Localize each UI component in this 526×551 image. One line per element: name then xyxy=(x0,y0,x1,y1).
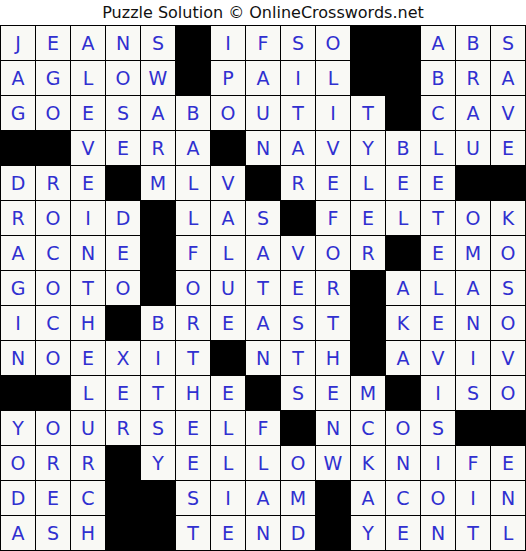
block-cell-r12c14 xyxy=(456,411,490,445)
block-cell-r2c11 xyxy=(351,61,385,95)
letter-cell-r11c6: H xyxy=(176,376,210,410)
letter-cell-r2c5: W xyxy=(141,61,175,95)
block-cell-r6c5 xyxy=(141,201,175,235)
letter-cell-r1c3: A xyxy=(71,26,105,60)
block-cell-r14c10 xyxy=(316,481,350,515)
block-cell-r7c12 xyxy=(386,236,420,270)
letter-cell-r10c12: A xyxy=(386,341,420,375)
letter-cell-r9c8: A xyxy=(246,306,280,340)
letter-cell-r9c13: E xyxy=(421,306,455,340)
letter-cell-r9c1: I xyxy=(1,306,35,340)
letter-cell-r9c7: E xyxy=(211,306,245,340)
letter-cell-r1c4: N xyxy=(106,26,140,60)
letter-cell-r7c4: E xyxy=(106,236,140,270)
letter-cell-r10c13: V xyxy=(421,341,455,375)
letter-cell-r3c9: T xyxy=(281,96,315,130)
block-cell-r8c5 xyxy=(141,271,175,305)
letter-cell-r3c13: C xyxy=(421,96,455,130)
letter-cell-r3c2: O xyxy=(36,96,70,130)
letter-cell-r7c6: F xyxy=(176,236,210,270)
block-cell-r5c4 xyxy=(106,166,140,200)
letter-cell-r2c14: R xyxy=(456,61,490,95)
letter-cell-r12c5: S xyxy=(141,411,175,445)
letter-cell-r14c14: I xyxy=(456,481,490,515)
letter-cell-r5c3: E xyxy=(71,166,105,200)
letter-cell-r11c3: L xyxy=(71,376,105,410)
letter-cell-r12c3: U xyxy=(71,411,105,445)
letter-cell-r5c11: L xyxy=(351,166,385,200)
letter-cell-r9c6: R xyxy=(176,306,210,340)
letter-cell-r7c13: E xyxy=(421,236,455,270)
letter-cell-r14c11: A xyxy=(351,481,385,515)
letter-cell-r15c9: D xyxy=(281,516,315,550)
block-cell-r12c15 xyxy=(491,411,525,445)
letter-cell-r9c10: T xyxy=(316,306,350,340)
letter-cell-r10c14: I xyxy=(456,341,490,375)
letter-cell-r13c5: Y xyxy=(141,446,175,480)
letter-cell-r7c10: O xyxy=(316,236,350,270)
block-cell-r12c9 xyxy=(281,411,315,445)
letter-cell-r2c15: A xyxy=(491,61,525,95)
block-cell-r8c11 xyxy=(351,271,385,305)
letter-cell-r11c7: E xyxy=(211,376,245,410)
letter-cell-r4c8: N xyxy=(246,131,280,165)
block-cell-r15c10 xyxy=(316,516,350,550)
letter-cell-r14c2: E xyxy=(36,481,70,515)
letter-cell-r1c9: S xyxy=(281,26,315,60)
letter-cell-r10c2: O xyxy=(36,341,70,375)
block-cell-r7c5 xyxy=(141,236,175,270)
letter-cell-r14c12: C xyxy=(386,481,420,515)
letter-cell-r10c10: H xyxy=(316,341,350,375)
letter-cell-r6c14: O xyxy=(456,201,490,235)
letter-cell-r5c5: M xyxy=(141,166,175,200)
letter-cell-r11c11: M xyxy=(351,376,385,410)
letter-cell-r7c9: V xyxy=(281,236,315,270)
letter-cell-r12c8: F xyxy=(246,411,280,445)
letter-cell-r2c7: P xyxy=(211,61,245,95)
letter-cell-r12c7: L xyxy=(211,411,245,445)
letter-cell-r1c10: O xyxy=(316,26,350,60)
block-cell-r4c2 xyxy=(36,131,70,165)
block-cell-r1c11 xyxy=(351,26,385,60)
block-cell-r15c5 xyxy=(141,516,175,550)
block-cell-r1c12 xyxy=(386,26,420,60)
letter-cell-r10c3: E xyxy=(71,341,105,375)
letter-cell-r8c4: O xyxy=(106,271,140,305)
letter-cell-r4c3: V xyxy=(71,131,105,165)
letter-cell-r1c5: S xyxy=(141,26,175,60)
letter-cell-r5c9: R xyxy=(281,166,315,200)
letter-cell-r12c2: O xyxy=(36,411,70,445)
letter-cell-r9c3: H xyxy=(71,306,105,340)
block-cell-r2c12 xyxy=(386,61,420,95)
letter-cell-r2c10: L xyxy=(316,61,350,95)
letter-cell-r10c5: I xyxy=(141,341,175,375)
letter-cell-r6c6: L xyxy=(176,201,210,235)
letter-cell-r11c10: E xyxy=(316,376,350,410)
letter-cell-r13c15: E xyxy=(491,446,525,480)
block-cell-r2c6 xyxy=(176,61,210,95)
letter-cell-r4c13: L xyxy=(421,131,455,165)
letter-cell-r5c7: V xyxy=(211,166,245,200)
letter-cell-r11c4: E xyxy=(106,376,140,410)
letter-cell-r1c7: I xyxy=(211,26,245,60)
page-title: Puzzle Solution © OnlineCrosswords.net xyxy=(0,0,526,25)
block-cell-r15c4 xyxy=(106,516,140,550)
letter-cell-r3c4: S xyxy=(106,96,140,130)
letter-cell-r11c5: T xyxy=(141,376,175,410)
letter-cell-r1c8: F xyxy=(246,26,280,60)
letter-cell-r8c3: T xyxy=(71,271,105,305)
block-cell-r5c8 xyxy=(246,166,280,200)
letter-cell-r6c3: I xyxy=(71,201,105,235)
letter-cell-r1c2: E xyxy=(36,26,70,60)
block-cell-r6c9 xyxy=(281,201,315,235)
letter-cell-r9c2: C xyxy=(36,306,70,340)
letter-cell-r9c9: S xyxy=(281,306,315,340)
letter-cell-r8c15: S xyxy=(491,271,525,305)
letter-cell-r15c11: Y xyxy=(351,516,385,550)
letter-cell-r15c6: T xyxy=(176,516,210,550)
letter-cell-r8c6: O xyxy=(176,271,210,305)
letter-cell-r3c5: A xyxy=(141,96,175,130)
letter-cell-r13c11: K xyxy=(351,446,385,480)
letter-cell-r3c14: A xyxy=(456,96,490,130)
letter-cell-r6c7: A xyxy=(211,201,245,235)
letter-cell-r14c3: C xyxy=(71,481,105,515)
letter-cell-r13c10: W xyxy=(316,446,350,480)
puzzle-solution-page: Puzzle Solution © OnlineCrosswords.net J… xyxy=(0,0,526,551)
letter-cell-r4c12: B xyxy=(386,131,420,165)
letter-cell-r12c1: Y xyxy=(1,411,35,445)
letter-cell-r3c7: O xyxy=(211,96,245,130)
block-cell-r9c4 xyxy=(106,306,140,340)
letter-cell-r14c6: S xyxy=(176,481,210,515)
letter-cell-r6c13: T xyxy=(421,201,455,235)
letter-cell-r11c15: O xyxy=(491,376,525,410)
letter-cell-r15c12: E xyxy=(386,516,420,550)
letter-cell-r13c6: E xyxy=(176,446,210,480)
letter-cell-r5c2: R xyxy=(36,166,70,200)
letter-cell-r15c13: N xyxy=(421,516,455,550)
letter-cell-r5c1: D xyxy=(1,166,35,200)
letter-cell-r13c7: L xyxy=(211,446,245,480)
letter-cell-r1c13: A xyxy=(421,26,455,60)
letter-cell-r9c12: K xyxy=(386,306,420,340)
letter-cell-r12c10: N xyxy=(316,411,350,445)
letter-cell-r6c2: O xyxy=(36,201,70,235)
letter-cell-r4c11: Y xyxy=(351,131,385,165)
letter-cell-r13c14: F xyxy=(456,446,490,480)
block-cell-r11c1 xyxy=(1,376,35,410)
block-cell-r9c11 xyxy=(351,306,385,340)
letter-cell-r14c13: O xyxy=(421,481,455,515)
letter-cell-r15c15: L xyxy=(491,516,525,550)
letter-cell-r13c12: N xyxy=(386,446,420,480)
letter-cell-r6c1: R xyxy=(1,201,35,235)
letter-cell-r3c6: B xyxy=(176,96,210,130)
block-cell-r10c11 xyxy=(351,341,385,375)
letter-cell-r3c1: G xyxy=(1,96,35,130)
block-cell-r10c7 xyxy=(211,341,245,375)
letter-cell-r15c1: A xyxy=(1,516,35,550)
letter-cell-r13c2: R xyxy=(36,446,70,480)
crossword-grid: JEANSIFSOABSAGLOWPAILBRAGOESABOUTITCAVVE… xyxy=(0,25,526,551)
letter-cell-r2c1: A xyxy=(1,61,35,95)
letter-cell-r4c14: U xyxy=(456,131,490,165)
letter-cell-r3c8: U xyxy=(246,96,280,130)
block-cell-r13c4 xyxy=(106,446,140,480)
letter-cell-r11c13: I xyxy=(421,376,455,410)
letter-cell-r10c9: T xyxy=(281,341,315,375)
letter-cell-r8c9: E xyxy=(281,271,315,305)
letter-cell-r5c10: E xyxy=(316,166,350,200)
letter-cell-r7c15: O xyxy=(491,236,525,270)
letter-cell-r13c9: O xyxy=(281,446,315,480)
letter-cell-r2c4: O xyxy=(106,61,140,95)
block-cell-r14c4 xyxy=(106,481,140,515)
letter-cell-r1c14: B xyxy=(456,26,490,60)
letter-cell-r2c13: B xyxy=(421,61,455,95)
letter-cell-r1c15: S xyxy=(491,26,525,60)
letter-cell-r14c15: N xyxy=(491,481,525,515)
letter-cell-r13c8: L xyxy=(246,446,280,480)
letter-cell-r13c13: I xyxy=(421,446,455,480)
block-cell-r11c8 xyxy=(246,376,280,410)
letter-cell-r2c2: G xyxy=(36,61,70,95)
letter-cell-r2c9: I xyxy=(281,61,315,95)
letter-cell-r6c11: E xyxy=(351,201,385,235)
letter-cell-r15c7: E xyxy=(211,516,245,550)
letter-cell-r4c5: R xyxy=(141,131,175,165)
block-cell-r4c7 xyxy=(211,131,245,165)
letter-cell-r8c7: U xyxy=(211,271,245,305)
block-cell-r5c15 xyxy=(491,166,525,200)
letter-cell-r14c9: M xyxy=(281,481,315,515)
letter-cell-r4c6: A xyxy=(176,131,210,165)
block-cell-r3c12 xyxy=(386,96,420,130)
block-cell-r14c5 xyxy=(141,481,175,515)
block-cell-r4c1 xyxy=(1,131,35,165)
letter-cell-r8c2: O xyxy=(36,271,70,305)
block-cell-r1c6 xyxy=(176,26,210,60)
letter-cell-r5c12: E xyxy=(386,166,420,200)
letter-cell-r7c3: N xyxy=(71,236,105,270)
block-cell-r11c12 xyxy=(386,376,420,410)
letter-cell-r6c10: F xyxy=(316,201,350,235)
letter-cell-r13c3: R xyxy=(71,446,105,480)
letter-cell-r12c11: C xyxy=(351,411,385,445)
letter-cell-r8c13: L xyxy=(421,271,455,305)
letter-cell-r14c7: I xyxy=(211,481,245,515)
letter-cell-r8c8: T xyxy=(246,271,280,305)
letter-cell-r8c12: A xyxy=(386,271,420,305)
letter-cell-r7c2: C xyxy=(36,236,70,270)
letter-cell-r3c3: E xyxy=(71,96,105,130)
letter-cell-r12c6: E xyxy=(176,411,210,445)
letter-cell-r10c1: N xyxy=(1,341,35,375)
letter-cell-r11c14: S xyxy=(456,376,490,410)
letter-cell-r6c4: D xyxy=(106,201,140,235)
letter-cell-r1c1: J xyxy=(1,26,35,60)
letter-cell-r7c8: A xyxy=(246,236,280,270)
letter-cell-r15c14: T xyxy=(456,516,490,550)
letter-cell-r3c11: T xyxy=(351,96,385,130)
letter-cell-r15c8: N xyxy=(246,516,280,550)
letter-cell-r2c8: A xyxy=(246,61,280,95)
letter-cell-r14c1: D xyxy=(1,481,35,515)
letter-cell-r4c15: E xyxy=(491,131,525,165)
letter-cell-r8c14: A xyxy=(456,271,490,305)
letter-cell-r7c7: L xyxy=(211,236,245,270)
letter-cell-r9c5: B xyxy=(141,306,175,340)
letter-cell-r4c4: E xyxy=(106,131,140,165)
letter-cell-r5c6: L xyxy=(176,166,210,200)
letter-cell-r12c12: O xyxy=(386,411,420,445)
letter-cell-r15c2: S xyxy=(36,516,70,550)
letter-cell-r7c11: R xyxy=(351,236,385,270)
letter-cell-r6c12: L xyxy=(386,201,420,235)
letter-cell-r12c13: S xyxy=(421,411,455,445)
letter-cell-r13c1: O xyxy=(1,446,35,480)
letter-cell-r4c9: A xyxy=(281,131,315,165)
letter-cell-r7c1: A xyxy=(1,236,35,270)
letter-cell-r6c8: S xyxy=(246,201,280,235)
letter-cell-r4c10: V xyxy=(316,131,350,165)
letter-cell-r9c14: N xyxy=(456,306,490,340)
letter-cell-r8c1: G xyxy=(1,271,35,305)
letter-cell-r15c3: H xyxy=(71,516,105,550)
letter-cell-r10c15: V xyxy=(491,341,525,375)
letter-cell-r11c9: S xyxy=(281,376,315,410)
letter-cell-r9c15: O xyxy=(491,306,525,340)
letter-cell-r10c4: X xyxy=(106,341,140,375)
letter-cell-r3c10: I xyxy=(316,96,350,130)
block-cell-r11c2 xyxy=(36,376,70,410)
letter-cell-r8c10: R xyxy=(316,271,350,305)
letter-cell-r10c6: T xyxy=(176,341,210,375)
letter-cell-r2c3: L xyxy=(71,61,105,95)
block-cell-r5c14 xyxy=(456,166,490,200)
letter-cell-r10c8: N xyxy=(246,341,280,375)
letter-cell-r7c14: M xyxy=(456,236,490,270)
letter-cell-r12c4: R xyxy=(106,411,140,445)
letter-cell-r6c15: K xyxy=(491,201,525,235)
letter-cell-r14c8: A xyxy=(246,481,280,515)
letter-cell-r5c13: E xyxy=(421,166,455,200)
letter-cell-r3c15: V xyxy=(491,96,525,130)
